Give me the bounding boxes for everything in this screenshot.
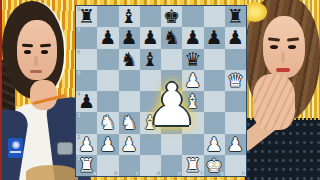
square-h3[interactable] [225,112,246,133]
square-b1[interactable]: b [97,155,118,176]
square-b6[interactable] [97,49,118,70]
square-g1[interactable]: g♚ [204,155,225,176]
square-a1[interactable]: 1a♜ [76,155,97,176]
giant-highlighted-white-pawn-e4: ♟ [140,72,204,136]
thumbnail: 8♜♝♚♜7♟♟♟♞♟♟♟6♞♝♛5♟♛4♟♝3♞♞♝2♟♟♟♟♟1a♜bcde… [0,0,320,180]
white-pawn-g2: ♟ [204,134,225,155]
square-a6[interactable]: 6 [76,49,97,70]
square-g6[interactable] [204,49,225,70]
square-b2[interactable]: ♟ [97,134,118,155]
square-e6[interactable] [161,49,182,70]
square-h2[interactable]: ♟ [225,134,246,155]
square-b8[interactable] [97,6,118,27]
white-rook-a1: ♜ [76,155,97,176]
smartwatch [57,142,73,155]
black-pawn-g7: ♟ [204,27,225,48]
right-player-mouth [276,68,290,72]
square-f1[interactable]: f♜ [182,155,203,176]
square-h6[interactable] [225,49,246,70]
black-bishop-c8: ♝ [119,6,140,27]
square-a4[interactable]: 4♟ [76,91,97,112]
rank-label: 3 [77,112,81,118]
black-rook-a8: ♜ [76,6,97,27]
rank-label: 6 [77,49,81,55]
white-pawn-b2: ♟ [97,134,118,155]
black-pawn-a4: ♟ [76,91,97,112]
square-c1[interactable]: c [119,155,140,176]
file-label: c [136,170,139,176]
square-a5[interactable]: 5 [76,70,97,91]
black-pawn-b7: ♟ [97,27,118,48]
square-h7[interactable]: ♟ [225,27,246,48]
black-rook-h8: ♜ [225,6,246,27]
left-player-eye [24,50,31,54]
black-queen-f6: ♛ [182,49,203,70]
square-a8[interactable]: 8♜ [76,6,97,27]
rank-label: 7 [77,27,81,33]
white-knight-b3: ♞ [97,112,118,133]
file-label: e [178,170,181,176]
square-h4[interactable] [225,91,246,112]
black-king-e8: ♚ [161,6,182,27]
left-player-eye [41,50,48,54]
file-label: b [114,170,118,176]
square-g2[interactable]: ♟ [204,134,225,155]
file-label: d [157,170,161,176]
left-player-photo [0,0,80,180]
square-e1[interactable]: e [161,155,182,176]
black-pawn-h7: ♟ [225,27,246,48]
right-player-clasped-hands [253,74,295,130]
square-a2[interactable]: 2♟ [76,134,97,155]
square-f6[interactable]: ♛ [182,49,203,70]
square-g8[interactable] [204,6,225,27]
square-g5[interactable] [204,70,225,91]
square-c5[interactable] [119,70,140,91]
square-g3[interactable] [204,112,225,133]
white-rook-f1: ♜ [182,155,203,176]
black-knight-c6: ♞ [119,49,140,70]
square-b7[interactable]: ♟ [97,27,118,48]
square-h1[interactable]: h [225,155,246,176]
square-h8[interactable]: ♜ [225,6,246,27]
square-c2[interactable]: ♟ [119,134,140,155]
square-c4[interactable] [119,91,140,112]
square-b5[interactable] [97,70,118,91]
square-a3[interactable]: 3 [76,112,97,133]
square-d8[interactable] [140,6,161,27]
square-f7[interactable]: ♟ [182,27,203,48]
square-c3[interactable]: ♞ [119,112,140,133]
black-bishop-d6: ♝ [140,49,161,70]
square-g7[interactable]: ♟ [204,27,225,48]
white-pawn-c2: ♟ [119,134,140,155]
white-knight-c3: ♞ [119,112,140,133]
square-h5[interactable]: ♛ [225,70,246,91]
square-c6[interactable]: ♞ [119,49,140,70]
square-e8[interactable]: ♚ [161,6,182,27]
square-c8[interactable]: ♝ [119,6,140,27]
square-f8[interactable] [182,6,203,27]
white-pawn-h2: ♟ [225,134,246,155]
black-pawn-c7: ♟ [119,27,140,48]
square-d7[interactable]: ♟ [140,27,161,48]
right-player-eye [288,45,296,49]
square-d6[interactable]: ♝ [140,49,161,70]
right-player-photo [245,0,320,180]
chess-board: 8♜♝♚♜7♟♟♟♞♟♟♟6♞♝♛5♟♛4♟♝3♞♞♝2♟♟♟♟♟1a♜bcde… [75,5,247,177]
right-player-eye [270,45,278,49]
square-a7[interactable]: 7 [76,27,97,48]
square-d1[interactable]: d [140,155,161,176]
white-king-g1: ♚ [204,155,225,176]
left-player-hand [30,80,57,110]
black-pawn-d7: ♟ [140,27,161,48]
square-e7[interactable]: ♞ [161,27,182,48]
square-g4[interactable] [204,91,225,112]
left-edge-strip [0,0,2,180]
foreground-blur [26,165,78,180]
right-player-nose [281,52,285,63]
white-queen-h5: ♛ [225,70,246,91]
federation-badge [8,138,23,158]
square-c7[interactable]: ♟ [119,27,140,48]
white-pawn-a2: ♟ [76,134,97,155]
file-label: h [242,170,246,176]
black-knight-e7: ♞ [161,27,182,48]
left-player-mouth [30,70,42,73]
square-b3[interactable]: ♞ [97,112,118,133]
black-pawn-f7: ♟ [182,27,203,48]
rank-label: 5 [77,70,81,76]
left-player-nose [34,56,38,66]
square-b4[interactable] [97,91,118,112]
